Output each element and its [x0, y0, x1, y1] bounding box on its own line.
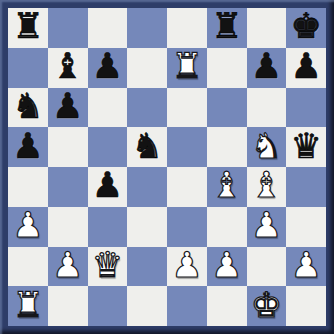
piece-black-pawn[interactable]: ♟	[92, 49, 123, 84]
square-d8[interactable]	[127, 8, 167, 48]
square-b4[interactable]	[48, 167, 88, 207]
piece-black-king[interactable]: ♚	[290, 9, 321, 44]
square-d5[interactable]: ♞	[127, 127, 167, 167]
piece-white-bishop[interactable]: ♝	[251, 168, 282, 203]
square-e4[interactable]	[167, 167, 207, 207]
square-h4[interactable]	[286, 167, 326, 207]
piece-white-pawn[interactable]: ♟	[251, 208, 282, 243]
square-e7[interactable]: ♜	[167, 48, 207, 88]
piece-black-bishop[interactable]: ♝	[52, 49, 83, 84]
piece-black-queen[interactable]: ♛	[290, 129, 321, 164]
piece-white-pawn[interactable]: ♟	[52, 248, 83, 283]
square-a5[interactable]: ♟	[8, 127, 48, 167]
square-b6[interactable]: ♟	[48, 88, 88, 128]
square-c2[interactable]: ♛	[88, 247, 128, 287]
square-d4[interactable]	[127, 167, 167, 207]
square-b2[interactable]: ♟	[48, 247, 88, 287]
square-e2[interactable]: ♟	[167, 247, 207, 287]
piece-black-pawn[interactable]: ♟	[92, 168, 123, 203]
square-a2[interactable]	[8, 247, 48, 287]
piece-black-knight[interactable]: ♞	[131, 129, 162, 164]
square-b7[interactable]: ♝	[48, 48, 88, 88]
piece-black-pawn[interactable]: ♟	[290, 49, 321, 84]
square-e3[interactable]	[167, 207, 207, 247]
square-b1[interactable]	[48, 286, 88, 326]
piece-black-pawn[interactable]: ♟	[251, 49, 282, 84]
square-f8[interactable]: ♜	[207, 8, 247, 48]
square-d1[interactable]	[127, 286, 167, 326]
square-a6[interactable]: ♞	[8, 88, 48, 128]
piece-white-king[interactable]: ♚	[251, 288, 282, 323]
square-e5[interactable]	[167, 127, 207, 167]
chess-board: ♜♜♚♝♟♜♟♟♞♟♟♞♞♛♟♝♝♟♟♟♛♟♟♟♜♚	[8, 8, 326, 326]
square-a3[interactable]: ♟	[8, 207, 48, 247]
square-h7[interactable]: ♟	[286, 48, 326, 88]
piece-white-rook[interactable]: ♜	[171, 49, 202, 84]
square-c7[interactable]: ♟	[88, 48, 128, 88]
square-g6[interactable]	[247, 88, 287, 128]
board-frame: ♜♜♚♝♟♜♟♟♞♟♟♞♞♛♟♝♝♟♟♟♛♟♟♟♜♚	[0, 0, 334, 334]
square-c4[interactable]: ♟	[88, 167, 128, 207]
square-f4[interactable]: ♝	[207, 167, 247, 207]
square-b3[interactable]	[48, 207, 88, 247]
square-h5[interactable]: ♛	[286, 127, 326, 167]
square-c5[interactable]	[88, 127, 128, 167]
square-f2[interactable]: ♟	[207, 247, 247, 287]
square-c6[interactable]	[88, 88, 128, 128]
square-b8[interactable]	[48, 8, 88, 48]
square-g1[interactable]: ♚	[247, 286, 287, 326]
square-f3[interactable]	[207, 207, 247, 247]
square-b5[interactable]	[48, 127, 88, 167]
piece-black-pawn[interactable]: ♟	[52, 89, 83, 124]
piece-white-knight[interactable]: ♞	[251, 129, 282, 164]
square-h8[interactable]: ♚	[286, 8, 326, 48]
square-e6[interactable]	[167, 88, 207, 128]
square-c3[interactable]	[88, 207, 128, 247]
square-d3[interactable]	[127, 207, 167, 247]
piece-black-pawn[interactable]: ♟	[12, 129, 43, 164]
square-f1[interactable]	[207, 286, 247, 326]
piece-black-rook[interactable]: ♜	[211, 9, 242, 44]
square-g2[interactable]	[247, 247, 287, 287]
square-c8[interactable]	[88, 8, 128, 48]
square-e1[interactable]	[167, 286, 207, 326]
square-f6[interactable]	[207, 88, 247, 128]
square-d2[interactable]	[127, 247, 167, 287]
piece-white-pawn[interactable]: ♟	[290, 248, 321, 283]
piece-white-pawn[interactable]: ♟	[211, 248, 242, 283]
square-h1[interactable]	[286, 286, 326, 326]
square-e8[interactable]	[167, 8, 207, 48]
square-c1[interactable]	[88, 286, 128, 326]
square-a4[interactable]	[8, 167, 48, 207]
piece-black-knight[interactable]: ♞	[12, 89, 43, 124]
square-f7[interactable]	[207, 48, 247, 88]
square-d6[interactable]	[127, 88, 167, 128]
square-g3[interactable]: ♟	[247, 207, 287, 247]
piece-white-queen[interactable]: ♛	[92, 248, 123, 283]
square-g7[interactable]: ♟	[247, 48, 287, 88]
piece-white-bishop[interactable]: ♝	[211, 168, 242, 203]
square-g5[interactable]: ♞	[247, 127, 287, 167]
piece-white-pawn[interactable]: ♟	[171, 248, 202, 283]
square-a8[interactable]: ♜	[8, 8, 48, 48]
piece-white-pawn[interactable]: ♟	[12, 208, 43, 243]
square-f5[interactable]	[207, 127, 247, 167]
piece-black-rook[interactable]: ♜	[12, 9, 43, 44]
square-h6[interactable]	[286, 88, 326, 128]
square-h3[interactable]	[286, 207, 326, 247]
square-d7[interactable]	[127, 48, 167, 88]
square-a1[interactable]: ♜	[8, 286, 48, 326]
square-g8[interactable]	[247, 8, 287, 48]
square-g4[interactable]: ♝	[247, 167, 287, 207]
square-a7[interactable]	[8, 48, 48, 88]
piece-white-rook[interactable]: ♜	[12, 288, 43, 323]
square-h2[interactable]: ♟	[286, 247, 326, 287]
